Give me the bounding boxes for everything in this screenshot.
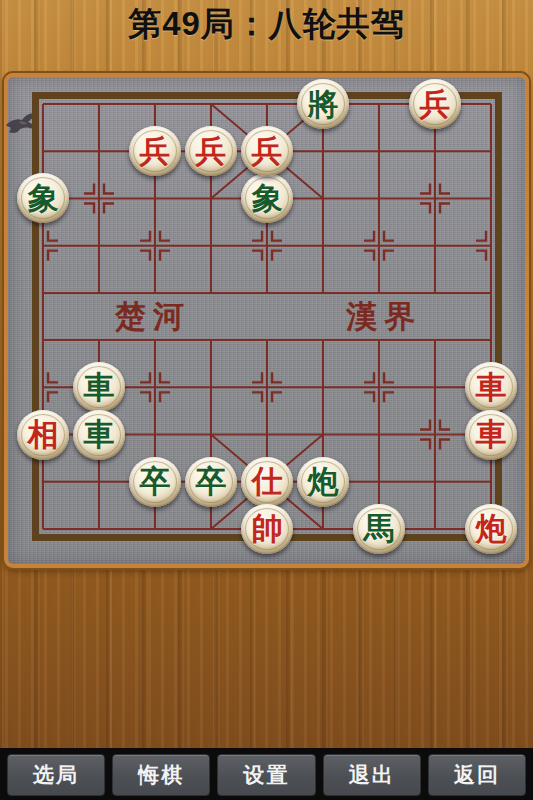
piece-character: 象 — [252, 183, 283, 214]
piece-black-general[interactable]: 將 — [297, 79, 349, 129]
piece-red-chariot[interactable]: 車 — [465, 410, 517, 460]
piece-character: 帥 — [252, 513, 283, 544]
piece-character: 仕 — [252, 466, 283, 497]
toolbar: 选局 悔棋 设置 退出 返回 — [0, 748, 533, 800]
piece-black-soldier[interactable]: 卒 — [185, 457, 237, 507]
piece-character: 馬 — [364, 513, 395, 544]
river-label-left: 楚河 — [115, 296, 191, 338]
piece-black-chariot[interactable]: 車 — [73, 362, 125, 412]
piece-character: 卒 — [140, 466, 171, 497]
piece-red-soldier[interactable]: 兵 — [185, 126, 237, 176]
piece-character: 卒 — [196, 466, 227, 497]
settings-button[interactable]: 设置 — [217, 754, 315, 796]
piece-character: 車 — [476, 419, 507, 450]
piece-red-general[interactable]: 帥 — [241, 504, 293, 554]
piece-character: 炮 — [308, 466, 339, 497]
piece-red-chariot[interactable]: 車 — [465, 362, 517, 412]
back-button[interactable]: 返回 — [428, 754, 526, 796]
exit-button[interactable]: 退出 — [323, 754, 421, 796]
piece-black-soldier[interactable]: 卒 — [129, 457, 181, 507]
piece-red-cannon[interactable]: 炮 — [465, 504, 517, 554]
piece-character: 兵 — [196, 136, 227, 167]
piece-black-horse[interactable]: 馬 — [353, 504, 405, 554]
piece-character: 車 — [84, 372, 115, 403]
piece-red-soldier[interactable]: 兵 — [241, 126, 293, 176]
piece-character: 兵 — [140, 136, 171, 167]
piece-red-soldier[interactable]: 兵 — [129, 126, 181, 176]
piece-character: 相 — [28, 419, 59, 450]
piece-red-soldier[interactable]: 兵 — [409, 79, 461, 129]
piece-character: 兵 — [252, 136, 283, 167]
piece-black-cannon[interactable]: 炮 — [297, 457, 349, 507]
piece-character: 兵 — [420, 89, 451, 120]
piece-character: 將 — [308, 89, 339, 120]
piece-character: 象 — [28, 183, 59, 214]
piece-red-advisor[interactable]: 仕 — [241, 457, 293, 507]
river-label-right: 漢界 — [346, 296, 422, 338]
piece-character: 炮 — [476, 513, 507, 544]
piece-red-elephant[interactable]: 相 — [17, 410, 69, 460]
select-game-button[interactable]: 选局 — [7, 754, 105, 796]
piece-character: 車 — [476, 372, 507, 403]
undo-move-button[interactable]: 悔棋 — [112, 754, 210, 796]
piece-black-chariot[interactable]: 車 — [73, 410, 125, 460]
piece-character: 車 — [84, 419, 115, 450]
